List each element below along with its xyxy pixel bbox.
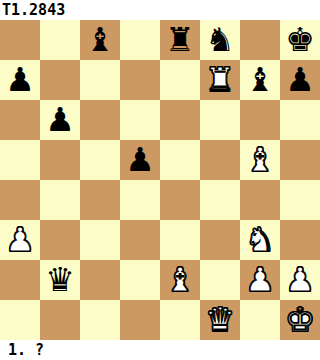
square-a5[interactable] — [0, 140, 40, 180]
piece-white-bishop[interactable]: ♝ — [240, 140, 280, 180]
square-b3[interactable] — [40, 220, 80, 260]
piece-black-rook[interactable]: ♜ — [160, 20, 200, 60]
square-d3[interactable] — [120, 220, 160, 260]
square-c4[interactable] — [80, 180, 120, 220]
square-g5[interactable]: ♝ — [240, 140, 280, 180]
square-d6[interactable] — [120, 100, 160, 140]
square-a2[interactable] — [0, 260, 40, 300]
square-e4[interactable] — [160, 180, 200, 220]
piece-white-pawn[interactable]: ♟ — [280, 260, 320, 300]
piece-white-bishop[interactable]: ♝ — [160, 260, 200, 300]
square-f4[interactable] — [200, 180, 240, 220]
square-a8[interactable] — [0, 20, 40, 60]
square-b4[interactable] — [40, 180, 80, 220]
square-h7[interactable]: ♟ — [280, 60, 320, 100]
square-e6[interactable] — [160, 100, 200, 140]
square-h6[interactable] — [280, 100, 320, 140]
square-g6[interactable] — [240, 100, 280, 140]
move-footer: 1. ? — [0, 340, 320, 360]
square-c5[interactable] — [80, 140, 120, 180]
square-g7[interactable]: ♝ — [240, 60, 280, 100]
piece-black-pawn[interactable]: ♟ — [280, 60, 320, 100]
piece-white-king[interactable]: ♚ — [280, 300, 320, 340]
square-b7[interactable] — [40, 60, 80, 100]
piece-black-bishop[interactable]: ♝ — [240, 60, 280, 100]
square-h1[interactable]: ♚ — [280, 300, 320, 340]
square-h4[interactable] — [280, 180, 320, 220]
square-c1[interactable] — [80, 300, 120, 340]
piece-white-rook[interactable]: ♜ — [200, 60, 240, 100]
puzzle-id: T1.2843 — [0, 1, 65, 19]
piece-white-pawn[interactable]: ♟ — [240, 260, 280, 300]
square-h8[interactable]: ♚ — [280, 20, 320, 60]
piece-black-pawn[interactable]: ♟ — [40, 100, 80, 140]
square-h3[interactable] — [280, 220, 320, 260]
piece-black-pawn[interactable]: ♟ — [120, 140, 160, 180]
square-g8[interactable] — [240, 20, 280, 60]
square-c2[interactable] — [80, 260, 120, 300]
square-e8[interactable]: ♜ — [160, 20, 200, 60]
square-c8[interactable]: ♝ — [80, 20, 120, 60]
square-g2[interactable]: ♟ — [240, 260, 280, 300]
move-prompt: 1. ? — [0, 341, 44, 359]
piece-black-pawn[interactable]: ♟ — [0, 60, 40, 100]
chess-board: ♝♜♞♚♟♜♝♟♟♟♝♟♞♛♝♟♟♛♚ — [0, 20, 320, 340]
square-b1[interactable] — [40, 300, 80, 340]
square-c7[interactable] — [80, 60, 120, 100]
square-d5[interactable]: ♟ — [120, 140, 160, 180]
piece-black-bishop[interactable]: ♝ — [80, 20, 120, 60]
square-g3[interactable]: ♞ — [240, 220, 280, 260]
square-d7[interactable] — [120, 60, 160, 100]
square-g4[interactable] — [240, 180, 280, 220]
square-h2[interactable]: ♟ — [280, 260, 320, 300]
square-d2[interactable] — [120, 260, 160, 300]
square-e1[interactable] — [160, 300, 200, 340]
square-e5[interactable] — [160, 140, 200, 180]
square-a4[interactable] — [0, 180, 40, 220]
square-e3[interactable] — [160, 220, 200, 260]
square-b5[interactable] — [40, 140, 80, 180]
square-d1[interactable] — [120, 300, 160, 340]
square-b6[interactable]: ♟ — [40, 100, 80, 140]
square-c6[interactable] — [80, 100, 120, 140]
square-a7[interactable]: ♟ — [0, 60, 40, 100]
square-a1[interactable] — [0, 300, 40, 340]
piece-black-queen[interactable]: ♛ — [40, 260, 80, 300]
square-f3[interactable] — [200, 220, 240, 260]
square-f8[interactable]: ♞ — [200, 20, 240, 60]
square-a3[interactable]: ♟ — [0, 220, 40, 260]
square-h5[interactable] — [280, 140, 320, 180]
piece-black-king[interactable]: ♚ — [280, 20, 320, 60]
puzzle-header: T1.2843 — [0, 0, 320, 20]
square-d8[interactable] — [120, 20, 160, 60]
square-g1[interactable] — [240, 300, 280, 340]
square-f7[interactable]: ♜ — [200, 60, 240, 100]
piece-white-queen[interactable]: ♛ — [200, 300, 240, 340]
square-f1[interactable]: ♛ — [200, 300, 240, 340]
square-e2[interactable]: ♝ — [160, 260, 200, 300]
square-f5[interactable] — [200, 140, 240, 180]
square-c3[interactable] — [80, 220, 120, 260]
piece-white-knight[interactable]: ♞ — [240, 220, 280, 260]
square-f6[interactable] — [200, 100, 240, 140]
square-d4[interactable] — [120, 180, 160, 220]
square-b8[interactable] — [40, 20, 80, 60]
square-e7[interactable] — [160, 60, 200, 100]
square-f2[interactable] — [200, 260, 240, 300]
square-a6[interactable] — [0, 100, 40, 140]
square-b2[interactable]: ♛ — [40, 260, 80, 300]
piece-black-knight[interactable]: ♞ — [200, 20, 240, 60]
piece-white-pawn[interactable]: ♟ — [0, 220, 40, 260]
